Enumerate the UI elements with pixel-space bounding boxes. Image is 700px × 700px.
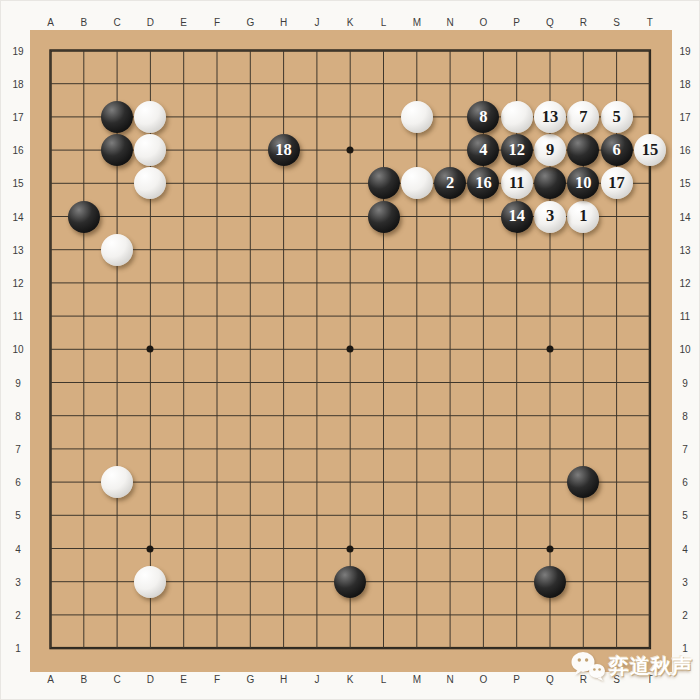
- coord-label-top-F: F: [214, 17, 220, 28]
- coord-label-right-19: 19: [679, 45, 690, 56]
- move-3-white-Q14: 3: [534, 201, 566, 233]
- star-point-Q4: [547, 545, 554, 552]
- coord-label-top-B: B: [80, 17, 87, 28]
- move-6-black-S16: 6: [601, 134, 633, 166]
- move-number: 18: [275, 142, 292, 159]
- coord-label-top-K: K: [347, 17, 354, 28]
- coord-label-left-11: 11: [13, 311, 23, 322]
- move-number: 12: [508, 142, 525, 159]
- coord-label-left-7: 7: [15, 443, 21, 454]
- stone-white-D3: [134, 566, 166, 598]
- coord-label-right-4: 4: [682, 543, 688, 554]
- coord-label-top-M: M: [413, 17, 421, 28]
- move-number: 4: [479, 142, 487, 159]
- stone-black-C17: [101, 101, 133, 133]
- coord-label-left-4: 4: [15, 543, 21, 554]
- coord-label-top-T: T: [647, 17, 653, 28]
- coord-label-bottom-T: T: [647, 674, 653, 685]
- go-board: 123456789101112131415161718: [30, 30, 672, 672]
- move-4-black-O16: 4: [467, 134, 499, 166]
- coord-label-left-12: 12: [12, 277, 23, 288]
- stone-white-D15: [134, 167, 166, 199]
- coord-label-right-18: 18: [679, 78, 690, 89]
- coord-label-right-13: 13: [679, 244, 690, 255]
- coord-label-right-8: 8: [682, 410, 688, 421]
- move-number: 10: [575, 175, 592, 192]
- move-10-black-R15: 10: [567, 167, 599, 199]
- coord-label-bottom-Q: Q: [546, 674, 554, 685]
- stone-white-M17: [401, 101, 433, 133]
- move-number: 15: [642, 142, 659, 159]
- move-9-white-Q16: 9: [534, 134, 566, 166]
- move-2-black-N15: 2: [434, 167, 466, 199]
- move-11-white-P15: 11: [501, 167, 533, 199]
- stone-black-R16: [567, 134, 599, 166]
- coord-label-top-Q: Q: [546, 17, 554, 28]
- move-18-black-H16: 18: [268, 134, 300, 166]
- coord-label-left-17: 17: [12, 111, 23, 122]
- coord-label-bottom-D: D: [147, 674, 154, 685]
- stone-black-K3: [334, 566, 366, 598]
- move-number: 13: [542, 109, 559, 126]
- star-point-K16: [347, 147, 354, 154]
- stone-black-B14: [68, 201, 100, 233]
- coord-label-top-R: R: [580, 17, 587, 28]
- coord-label-left-16: 16: [12, 145, 23, 156]
- move-number: 14: [508, 208, 525, 225]
- coord-label-bottom-C: C: [113, 674, 120, 685]
- coord-label-top-L: L: [381, 17, 387, 28]
- move-17-white-S15: 17: [601, 167, 633, 199]
- coord-label-left-15: 15: [12, 178, 23, 189]
- coord-label-bottom-N: N: [446, 674, 453, 685]
- go-diagram-page: 123456789101112131415161718 AABBCCDDEEFF…: [0, 0, 700, 700]
- coord-label-left-2: 2: [15, 609, 21, 620]
- coord-label-top-J: J: [314, 17, 319, 28]
- move-number: 9: [546, 142, 554, 159]
- stone-white-D16: [134, 134, 166, 166]
- coord-label-bottom-F: F: [214, 674, 220, 685]
- coord-label-bottom-E: E: [180, 674, 187, 685]
- move-number: 7: [579, 109, 587, 126]
- coord-label-top-G: G: [246, 17, 254, 28]
- move-number: 16: [475, 175, 492, 192]
- move-8-black-O17: 8: [467, 101, 499, 133]
- coord-label-right-10: 10: [679, 344, 690, 355]
- stone-black-L15: [368, 167, 400, 199]
- move-13-white-Q17: 13: [534, 101, 566, 133]
- move-12-black-P16: 12: [501, 134, 533, 166]
- coord-label-bottom-M: M: [413, 674, 421, 685]
- coord-label-bottom-O: O: [480, 674, 488, 685]
- coord-label-left-14: 14: [12, 211, 23, 222]
- coord-label-bottom-S: S: [613, 674, 620, 685]
- star-point-K10: [347, 346, 354, 353]
- coord-label-top-E: E: [180, 17, 187, 28]
- coord-label-bottom-H: H: [280, 674, 287, 685]
- coord-label-left-1: 1: [15, 643, 21, 654]
- coord-label-top-O: O: [480, 17, 488, 28]
- stone-black-R6: [567, 466, 599, 498]
- stone-black-L14: [368, 201, 400, 233]
- coord-label-right-2: 2: [682, 609, 688, 620]
- move-7-white-R17: 7: [567, 101, 599, 133]
- move-16-black-O15: 16: [467, 167, 499, 199]
- move-number: 2: [446, 175, 454, 192]
- stone-white-P17: [501, 101, 533, 133]
- coord-label-bottom-K: K: [347, 674, 354, 685]
- coord-label-right-16: 16: [679, 145, 690, 156]
- star-point-K4: [347, 545, 354, 552]
- coord-label-left-6: 6: [15, 477, 21, 488]
- coord-label-left-9: 9: [15, 377, 21, 388]
- coord-label-top-D: D: [147, 17, 154, 28]
- coord-label-right-6: 6: [682, 477, 688, 488]
- coord-label-top-H: H: [280, 17, 287, 28]
- coord-label-right-5: 5: [682, 510, 688, 521]
- stone-black-Q3: [534, 566, 566, 598]
- stone-black-C16: [101, 134, 133, 166]
- stone-white-C13: [101, 234, 133, 266]
- coord-label-top-C: C: [113, 17, 120, 28]
- stone-white-C6: [101, 466, 133, 498]
- coord-label-right-1: 1: [682, 643, 688, 654]
- coord-label-bottom-A: A: [47, 674, 54, 685]
- coord-label-bottom-B: B: [80, 674, 87, 685]
- move-5-white-S17: 5: [601, 101, 633, 133]
- coord-label-bottom-L: L: [381, 674, 387, 685]
- coord-label-left-18: 18: [12, 78, 23, 89]
- move-1-white-R14: 1: [567, 201, 599, 233]
- coord-label-left-10: 10: [12, 344, 23, 355]
- move-number: 5: [612, 109, 620, 126]
- move-number: 3: [546, 208, 554, 225]
- coord-label-bottom-P: P: [513, 674, 520, 685]
- coord-label-right-9: 9: [682, 377, 688, 388]
- stone-white-M15: [401, 167, 433, 199]
- coord-label-top-N: N: [446, 17, 453, 28]
- coord-label-left-8: 8: [15, 410, 21, 421]
- move-14-black-P14: 14: [501, 201, 533, 233]
- star-point-D10: [147, 346, 154, 353]
- move-number: 6: [612, 142, 620, 159]
- coord-label-top-A: A: [47, 17, 54, 28]
- coord-label-left-19: 19: [12, 45, 23, 56]
- move-number: 17: [608, 175, 625, 192]
- coord-label-top-P: P: [513, 17, 520, 28]
- coord-label-right-3: 3: [682, 576, 688, 587]
- stone-white-D17: [134, 101, 166, 133]
- coord-label-bottom-R: R: [580, 674, 587, 685]
- coord-label-right-12: 12: [679, 277, 690, 288]
- coord-label-right-15: 15: [679, 178, 690, 189]
- coord-label-right-7: 7: [682, 443, 688, 454]
- star-point-D4: [147, 545, 154, 552]
- coord-label-bottom-J: J: [314, 674, 319, 685]
- coord-label-right-11: 11: [680, 311, 690, 322]
- coord-label-right-14: 14: [679, 211, 690, 222]
- move-number: 8: [479, 109, 487, 126]
- coord-label-left-13: 13: [12, 244, 23, 255]
- coord-label-left-5: 5: [15, 510, 21, 521]
- coord-label-bottom-G: G: [246, 674, 254, 685]
- coord-label-right-17: 17: [679, 111, 690, 122]
- move-number: 11: [509, 175, 525, 192]
- coord-label-top-S: S: [613, 17, 620, 28]
- move-15-white-T16: 15: [634, 134, 666, 166]
- move-number: 1: [579, 208, 587, 225]
- coord-label-left-3: 3: [15, 576, 21, 587]
- star-point-Q10: [547, 346, 554, 353]
- stone-black-Q15: [534, 167, 566, 199]
